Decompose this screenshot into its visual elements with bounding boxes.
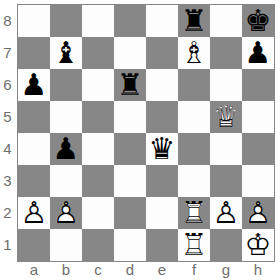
- piece-outline-layer: ♙: [213, 198, 240, 228]
- piece-outline-layer: ♖: [181, 198, 208, 228]
- rank-label-1: 1: [0, 229, 15, 261]
- square-h7[interactable]: ♟: [242, 37, 274, 69]
- square-b2[interactable]: ♟♙: [50, 197, 82, 229]
- file-label-d: d: [114, 260, 146, 280]
- square-f4[interactable]: [178, 133, 210, 165]
- square-d5[interactable]: [114, 101, 146, 133]
- square-e2[interactable]: [146, 197, 178, 229]
- square-c3[interactable]: [82, 165, 114, 197]
- piece-white-bishop-f7[interactable]: ♝♗: [178, 37, 210, 69]
- piece-outline-layer: ♝: [53, 38, 80, 68]
- square-g6[interactable]: [210, 69, 242, 101]
- square-e4[interactable]: ♛: [146, 133, 178, 165]
- square-f2[interactable]: ♜♖: [178, 197, 210, 229]
- square-h8[interactable]: ♚: [242, 5, 274, 37]
- rank-label-2: 2: [0, 197, 15, 229]
- file-label-g: g: [210, 260, 242, 280]
- rank-label-3: 3: [0, 165, 15, 197]
- piece-outline-layer: ♗: [181, 38, 208, 68]
- square-c6[interactable]: [82, 69, 114, 101]
- square-c4[interactable]: [82, 133, 114, 165]
- piece-outline-layer: ♛: [149, 134, 176, 164]
- piece-outline-layer: ♙: [245, 198, 272, 228]
- file-label-a: a: [18, 260, 50, 280]
- square-c1[interactable]: [82, 229, 114, 261]
- square-c8[interactable]: [82, 5, 114, 37]
- piece-outline-layer: ♜: [181, 6, 208, 36]
- piece-black-pawn-a6[interactable]: ♟: [18, 69, 50, 101]
- piece-outline-layer: ♕: [213, 102, 240, 132]
- square-b3[interactable]: [50, 165, 82, 197]
- file-label-h: h: [242, 260, 274, 280]
- piece-white-king-h1[interactable]: ♚♔: [242, 229, 274, 261]
- square-f6[interactable]: [178, 69, 210, 101]
- piece-black-pawn-b4[interactable]: ♟: [50, 133, 82, 165]
- rank-label-8: 8: [0, 5, 15, 37]
- piece-outline-layer: ♖: [181, 230, 208, 260]
- chess-diagram: ♜♚♝♝♗♟♟♜♛♕♟♛♟♙♟♙♜♖♟♙♟♙♜♖♚♔ 87654321 abcd…: [0, 0, 280, 280]
- square-a1[interactable]: [18, 229, 50, 261]
- square-g7[interactable]: [210, 37, 242, 69]
- file-label-b: b: [50, 260, 82, 280]
- rank-label-6: 6: [0, 69, 15, 101]
- square-b5[interactable]: [50, 101, 82, 133]
- square-e1[interactable]: [146, 229, 178, 261]
- piece-black-king-h8[interactable]: ♚: [242, 5, 274, 37]
- square-b7[interactable]: ♝: [50, 37, 82, 69]
- square-g8[interactable]: [210, 5, 242, 37]
- piece-white-rook-f2[interactable]: ♜♖: [178, 197, 210, 229]
- piece-black-pawn-h7[interactable]: ♟: [242, 37, 274, 69]
- square-h4[interactable]: [242, 133, 274, 165]
- square-a7[interactable]: [18, 37, 50, 69]
- rank-label-7: 7: [0, 37, 15, 69]
- square-a5[interactable]: [18, 101, 50, 133]
- rank-label-4: 4: [0, 133, 15, 165]
- piece-black-rook-f8[interactable]: ♜: [178, 5, 210, 37]
- piece-white-pawn-a2[interactable]: ♟♙: [18, 197, 50, 229]
- square-c2[interactable]: [82, 197, 114, 229]
- square-g4[interactable]: [210, 133, 242, 165]
- square-a6[interactable]: ♟: [18, 69, 50, 101]
- piece-outline-layer: ♟: [53, 134, 80, 164]
- square-g2[interactable]: ♟♙: [210, 197, 242, 229]
- square-e3[interactable]: [146, 165, 178, 197]
- square-f1[interactable]: ♜♖: [178, 229, 210, 261]
- piece-black-rook-d6[interactable]: ♜: [114, 69, 146, 101]
- piece-outline-layer: ♙: [21, 198, 48, 228]
- square-g5[interactable]: ♛♕: [210, 101, 242, 133]
- square-e5[interactable]: [146, 101, 178, 133]
- square-h1[interactable]: ♚♔: [242, 229, 274, 261]
- file-label-f: f: [178, 260, 210, 280]
- piece-outline-layer: ♙: [53, 198, 80, 228]
- square-d7[interactable]: [114, 37, 146, 69]
- square-h2[interactable]: ♟♙: [242, 197, 274, 229]
- square-d1[interactable]: [114, 229, 146, 261]
- square-d2[interactable]: [114, 197, 146, 229]
- square-a8[interactable]: [18, 5, 50, 37]
- square-d8[interactable]: [114, 5, 146, 37]
- square-g1[interactable]: [210, 229, 242, 261]
- square-d3[interactable]: [114, 165, 146, 197]
- square-c7[interactable]: [82, 37, 114, 69]
- piece-white-queen-g5[interactable]: ♛♕: [210, 101, 242, 133]
- piece-white-pawn-h2[interactable]: ♟♙: [242, 197, 274, 229]
- square-a4[interactable]: [18, 133, 50, 165]
- square-e8[interactable]: [146, 5, 178, 37]
- piece-outline-layer: ♟: [21, 70, 48, 100]
- square-e6[interactable]: [146, 69, 178, 101]
- square-h5[interactable]: [242, 101, 274, 133]
- piece-white-rook-f1[interactable]: ♜♖: [178, 229, 210, 261]
- square-b8[interactable]: [50, 5, 82, 37]
- square-d6[interactable]: ♜: [114, 69, 146, 101]
- square-g3[interactable]: [210, 165, 242, 197]
- piece-white-pawn-b2[interactable]: ♟♙: [50, 197, 82, 229]
- piece-outline-layer: ♚: [245, 6, 272, 36]
- square-f3[interactable]: [178, 165, 210, 197]
- file-label-c: c: [82, 260, 114, 280]
- square-b4[interactable]: ♟: [50, 133, 82, 165]
- piece-black-queen-e4[interactable]: ♛: [146, 133, 178, 165]
- piece-outline-layer: ♔: [245, 230, 272, 260]
- square-c5[interactable]: [82, 101, 114, 133]
- square-a2[interactable]: ♟♙: [18, 197, 50, 229]
- square-f8[interactable]: ♜: [178, 5, 210, 37]
- piece-white-pawn-g2[interactable]: ♟♙: [210, 197, 242, 229]
- piece-black-bishop-b7[interactable]: ♝: [50, 37, 82, 69]
- piece-outline-layer: ♟: [245, 38, 272, 68]
- rank-label-5: 5: [0, 101, 15, 133]
- chess-board: ♜♚♝♝♗♟♟♜♛♕♟♛♟♙♟♙♜♖♟♙♟♙♜♖♚♔: [17, 4, 275, 262]
- square-h3[interactable]: [242, 165, 274, 197]
- square-d4[interactable]: [114, 133, 146, 165]
- square-f5[interactable]: [178, 101, 210, 133]
- piece-outline-layer: ♜: [117, 70, 144, 100]
- square-b1[interactable]: [50, 229, 82, 261]
- square-e7[interactable]: [146, 37, 178, 69]
- square-f7[interactable]: ♝♗: [178, 37, 210, 69]
- file-label-e: e: [146, 260, 178, 280]
- square-h6[interactable]: [242, 69, 274, 101]
- square-a3[interactable]: [18, 165, 50, 197]
- square-b6[interactable]: [50, 69, 82, 101]
